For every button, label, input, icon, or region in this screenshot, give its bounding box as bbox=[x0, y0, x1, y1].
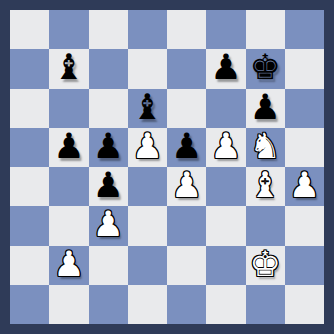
piece-white-pawn-f5[interactable]: ♟ bbox=[210, 129, 241, 164]
square-h2[interactable] bbox=[285, 246, 324, 285]
square-f3[interactable] bbox=[206, 206, 245, 245]
square-c1[interactable] bbox=[89, 285, 128, 324]
square-e1[interactable] bbox=[167, 285, 206, 324]
piece-black-bishop-d6[interactable]: ♝ bbox=[132, 90, 163, 125]
piece-white-pawn-c3[interactable]: ♟ bbox=[92, 207, 123, 242]
piece-black-pawn-c4[interactable]: ♟ bbox=[92, 168, 123, 203]
square-b4[interactable] bbox=[49, 167, 88, 206]
square-g6[interactable]: ♟ bbox=[246, 89, 285, 128]
piece-white-pawn-e4[interactable]: ♟ bbox=[171, 168, 202, 203]
square-g7[interactable]: ♚ bbox=[246, 49, 285, 88]
square-d8[interactable] bbox=[128, 10, 167, 49]
piece-white-pawn-h4[interactable]: ♟ bbox=[289, 168, 320, 203]
square-b5[interactable]: ♟ bbox=[49, 128, 88, 167]
square-g3[interactable] bbox=[246, 206, 285, 245]
square-e2[interactable] bbox=[167, 246, 206, 285]
square-f1[interactable] bbox=[206, 285, 245, 324]
piece-white-bishop-g4[interactable]: ♝ bbox=[249, 168, 280, 203]
square-d6[interactable]: ♝ bbox=[128, 89, 167, 128]
square-f2[interactable] bbox=[206, 246, 245, 285]
square-h3[interactable] bbox=[285, 206, 324, 245]
piece-black-pawn-g6[interactable]: ♟ bbox=[249, 90, 280, 125]
piece-black-king-g7[interactable]: ♚ bbox=[249, 50, 280, 85]
square-d4[interactable] bbox=[128, 167, 167, 206]
square-h4[interactable]: ♟ bbox=[285, 167, 324, 206]
square-d1[interactable] bbox=[128, 285, 167, 324]
square-a8[interactable] bbox=[10, 10, 49, 49]
square-f4[interactable] bbox=[206, 167, 245, 206]
square-d2[interactable] bbox=[128, 246, 167, 285]
square-e5[interactable]: ♟ bbox=[167, 128, 206, 167]
square-d3[interactable] bbox=[128, 206, 167, 245]
piece-black-pawn-c5[interactable]: ♟ bbox=[92, 129, 123, 164]
square-f6[interactable] bbox=[206, 89, 245, 128]
square-a1[interactable] bbox=[10, 285, 49, 324]
square-h5[interactable] bbox=[285, 128, 324, 167]
square-a5[interactable] bbox=[10, 128, 49, 167]
square-g8[interactable] bbox=[246, 10, 285, 49]
square-b7[interactable]: ♝ bbox=[49, 49, 88, 88]
square-a2[interactable] bbox=[10, 246, 49, 285]
square-e3[interactable] bbox=[167, 206, 206, 245]
square-c5[interactable]: ♟ bbox=[89, 128, 128, 167]
square-e4[interactable]: ♟ bbox=[167, 167, 206, 206]
piece-white-king-g2[interactable]: ♚ bbox=[249, 247, 280, 282]
square-h8[interactable] bbox=[285, 10, 324, 49]
square-b3[interactable] bbox=[49, 206, 88, 245]
square-f7[interactable]: ♟ bbox=[206, 49, 245, 88]
square-f5[interactable]: ♟ bbox=[206, 128, 245, 167]
square-b6[interactable] bbox=[49, 89, 88, 128]
square-c6[interactable] bbox=[89, 89, 128, 128]
square-b2[interactable]: ♟ bbox=[49, 246, 88, 285]
square-b1[interactable] bbox=[49, 285, 88, 324]
square-e8[interactable] bbox=[167, 10, 206, 49]
square-d7[interactable] bbox=[128, 49, 167, 88]
piece-black-pawn-e5[interactable]: ♟ bbox=[171, 129, 202, 164]
square-e7[interactable] bbox=[167, 49, 206, 88]
square-g2[interactable]: ♚ bbox=[246, 246, 285, 285]
square-f8[interactable] bbox=[206, 10, 245, 49]
piece-black-bishop-b7[interactable]: ♝ bbox=[53, 50, 84, 85]
square-a4[interactable] bbox=[10, 167, 49, 206]
square-c7[interactable] bbox=[89, 49, 128, 88]
square-h6[interactable] bbox=[285, 89, 324, 128]
square-a3[interactable] bbox=[10, 206, 49, 245]
square-g5[interactable]: ♞ bbox=[246, 128, 285, 167]
board-frame: ♝♟♚♝♟♟♟♟♟♟♞♟♟♝♟♟♟♚ bbox=[0, 0, 334, 334]
piece-white-pawn-d5[interactable]: ♟ bbox=[132, 129, 163, 164]
square-e6[interactable] bbox=[167, 89, 206, 128]
square-b8[interactable] bbox=[49, 10, 88, 49]
square-g1[interactable] bbox=[246, 285, 285, 324]
piece-black-pawn-b5[interactable]: ♟ bbox=[53, 129, 84, 164]
square-c8[interactable] bbox=[89, 10, 128, 49]
square-c2[interactable] bbox=[89, 246, 128, 285]
square-h1[interactable] bbox=[285, 285, 324, 324]
chess-board: ♝♟♚♝♟♟♟♟♟♟♞♟♟♝♟♟♟♚ bbox=[10, 10, 324, 324]
piece-black-pawn-f7[interactable]: ♟ bbox=[210, 50, 241, 85]
square-a7[interactable] bbox=[10, 49, 49, 88]
square-c4[interactable]: ♟ bbox=[89, 167, 128, 206]
square-h7[interactable] bbox=[285, 49, 324, 88]
square-d5[interactable]: ♟ bbox=[128, 128, 167, 167]
square-a6[interactable] bbox=[10, 89, 49, 128]
piece-white-pawn-b2[interactable]: ♟ bbox=[53, 247, 84, 282]
piece-white-knight-g5[interactable]: ♞ bbox=[249, 129, 280, 164]
square-g4[interactable]: ♝ bbox=[246, 167, 285, 206]
square-c3[interactable]: ♟ bbox=[89, 206, 128, 245]
